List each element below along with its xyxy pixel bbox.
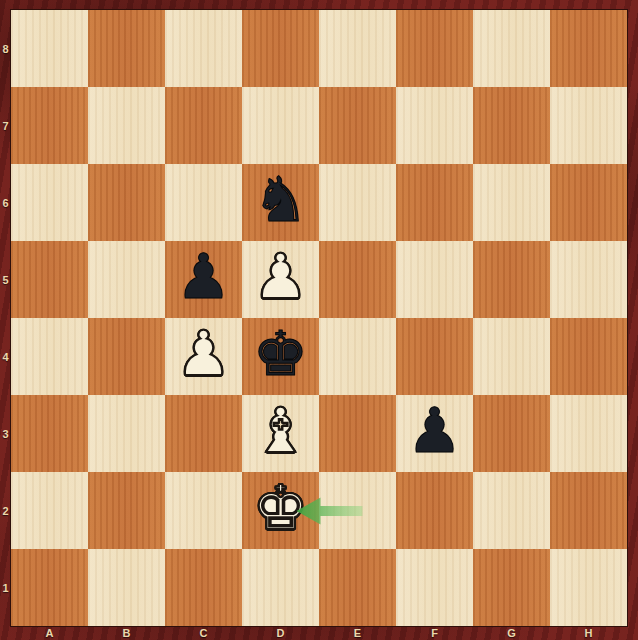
square-f7[interactable] <box>396 87 473 164</box>
square-a2[interactable] <box>11 472 88 549</box>
rank-label-1: 1 <box>0 549 11 626</box>
file-label-B: B <box>88 626 165 640</box>
rank-label-2: 2 <box>0 472 11 549</box>
piece-black-king-d4[interactable]: ♚ <box>253 323 309 385</box>
square-h1[interactable] <box>550 549 627 626</box>
chess-board-frame: ♞♟♟♟♚♝♟♚ 12345678ABCDEFGH <box>0 0 638 640</box>
square-b6[interactable] <box>88 164 165 241</box>
square-b2[interactable] <box>88 472 165 549</box>
square-f4[interactable] <box>396 318 473 395</box>
square-e7[interactable] <box>319 87 396 164</box>
file-label-A: A <box>11 626 88 640</box>
rank-label-7: 7 <box>0 87 11 164</box>
square-b3[interactable] <box>88 395 165 472</box>
square-f5[interactable] <box>396 241 473 318</box>
square-h8[interactable] <box>550 10 627 87</box>
piece-white-bishop-d3[interactable]: ♝ <box>253 400 309 462</box>
square-f6[interactable] <box>396 164 473 241</box>
piece-black-knight-d6[interactable]: ♞ <box>253 169 309 231</box>
square-b8[interactable] <box>88 10 165 87</box>
square-g3[interactable] <box>473 395 550 472</box>
rank-label-8: 8 <box>0 10 11 87</box>
square-d1[interactable] <box>242 549 319 626</box>
square-d5[interactable]: ♟ <box>242 241 319 318</box>
square-b1[interactable] <box>88 549 165 626</box>
square-e3[interactable] <box>319 395 396 472</box>
rank-label-3: 3 <box>0 395 11 472</box>
square-d3[interactable]: ♝ <box>242 395 319 472</box>
square-h3[interactable] <box>550 395 627 472</box>
square-e2[interactable] <box>319 472 396 549</box>
square-a6[interactable] <box>11 164 88 241</box>
square-a3[interactable] <box>11 395 88 472</box>
square-c3[interactable] <box>165 395 242 472</box>
square-d7[interactable] <box>242 87 319 164</box>
piece-white-pawn-c4[interactable]: ♟ <box>176 323 232 385</box>
square-e6[interactable] <box>319 164 396 241</box>
square-d2[interactable]: ♚ <box>242 472 319 549</box>
square-a5[interactable] <box>11 241 88 318</box>
square-c1[interactable] <box>165 549 242 626</box>
square-g1[interactable] <box>473 549 550 626</box>
file-label-E: E <box>319 626 396 640</box>
square-b5[interactable] <box>88 241 165 318</box>
square-b4[interactable] <box>88 318 165 395</box>
file-label-C: C <box>165 626 242 640</box>
square-g5[interactable] <box>473 241 550 318</box>
square-h6[interactable] <box>550 164 627 241</box>
rank-label-6: 6 <box>0 164 11 241</box>
file-label-F: F <box>396 626 473 640</box>
square-g6[interactable] <box>473 164 550 241</box>
square-f2[interactable] <box>396 472 473 549</box>
square-a4[interactable] <box>11 318 88 395</box>
piece-black-pawn-c5[interactable]: ♟ <box>176 246 232 308</box>
square-e8[interactable] <box>319 10 396 87</box>
piece-white-pawn-d5[interactable]: ♟ <box>253 246 309 308</box>
square-a8[interactable] <box>11 10 88 87</box>
square-f1[interactable] <box>396 549 473 626</box>
square-g2[interactable] <box>473 472 550 549</box>
rank-label-5: 5 <box>0 241 11 318</box>
square-h2[interactable] <box>550 472 627 549</box>
square-e1[interactable] <box>319 549 396 626</box>
square-e5[interactable] <box>319 241 396 318</box>
square-e4[interactable] <box>319 318 396 395</box>
square-c4[interactable]: ♟ <box>165 318 242 395</box>
square-h4[interactable] <box>550 318 627 395</box>
square-g4[interactable] <box>473 318 550 395</box>
piece-white-king-d2[interactable]: ♚ <box>253 477 309 539</box>
square-c5[interactable]: ♟ <box>165 241 242 318</box>
square-a1[interactable] <box>11 549 88 626</box>
square-g8[interactable] <box>473 10 550 87</box>
square-d6[interactable]: ♞ <box>242 164 319 241</box>
square-b7[interactable] <box>88 87 165 164</box>
square-d8[interactable] <box>242 10 319 87</box>
square-f8[interactable] <box>396 10 473 87</box>
square-c8[interactable] <box>165 10 242 87</box>
square-c2[interactable] <box>165 472 242 549</box>
rank-label-4: 4 <box>0 318 11 395</box>
square-h5[interactable] <box>550 241 627 318</box>
square-c6[interactable] <box>165 164 242 241</box>
chess-board: ♞♟♟♟♚♝♟♚ <box>11 10 627 626</box>
file-label-D: D <box>242 626 319 640</box>
file-label-G: G <box>473 626 550 640</box>
square-c7[interactable] <box>165 87 242 164</box>
square-d4[interactable]: ♚ <box>242 318 319 395</box>
square-f3[interactable]: ♟ <box>396 395 473 472</box>
square-g7[interactable] <box>473 87 550 164</box>
square-a7[interactable] <box>11 87 88 164</box>
square-h7[interactable] <box>550 87 627 164</box>
piece-black-pawn-f3[interactable]: ♟ <box>407 400 463 462</box>
file-label-H: H <box>550 626 627 640</box>
